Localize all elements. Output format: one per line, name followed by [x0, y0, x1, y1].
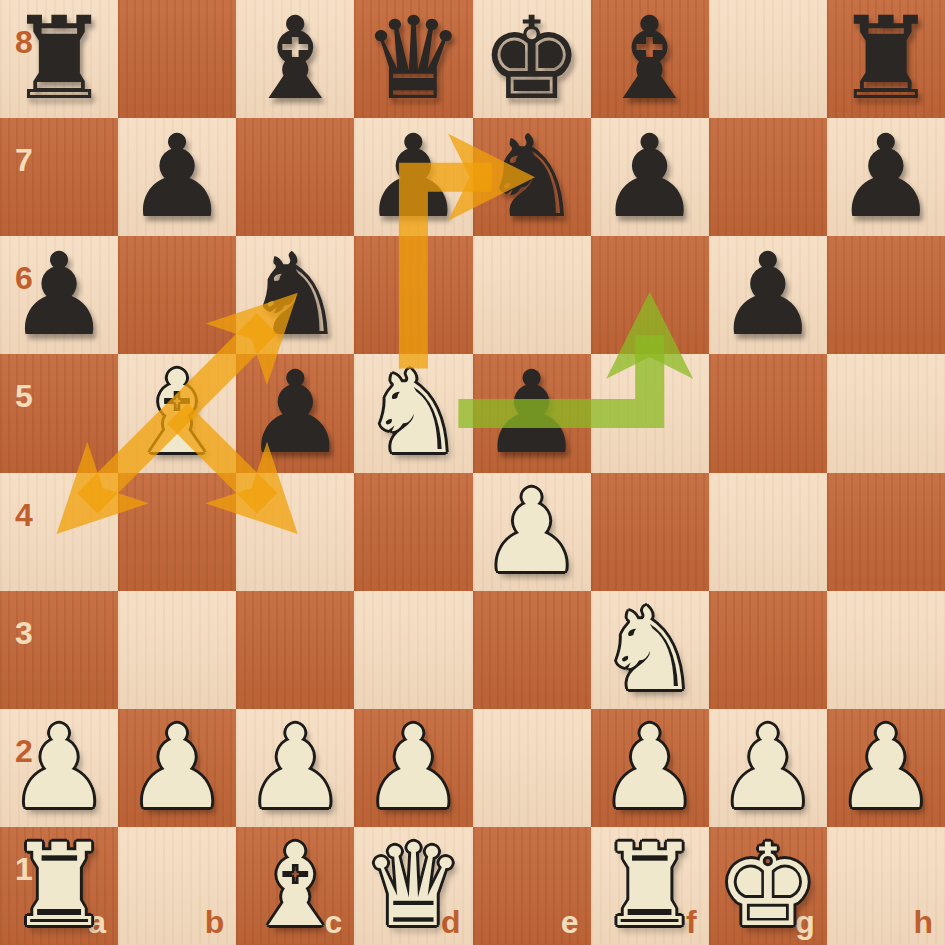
square-e2[interactable] — [473, 709, 591, 827]
white-king-g1[interactable]: ♚ — [717, 829, 819, 943]
square-e8[interactable]: ♚ — [473, 0, 591, 118]
square-f7[interactable]: ♟ — [591, 118, 709, 236]
black-knight-c6[interactable]: ♞ — [244, 238, 346, 352]
square-d6[interactable] — [354, 236, 472, 354]
black-pawn-b7[interactable]: ♟ — [126, 120, 228, 234]
square-h2[interactable]: ♟ — [827, 709, 945, 827]
square-b8[interactable] — [118, 0, 236, 118]
square-h6[interactable] — [827, 236, 945, 354]
square-f1[interactable]: f♜ — [591, 827, 709, 945]
black-rook-a8[interactable]: ♜ — [8, 2, 110, 116]
square-c5[interactable]: ♟ — [236, 354, 354, 472]
black-pawn-g6[interactable]: ♟ — [717, 238, 819, 352]
square-a2[interactable]: 2♟ — [0, 709, 118, 827]
square-h3[interactable] — [827, 591, 945, 709]
square-d7[interactable]: ♟ — [354, 118, 472, 236]
square-b2[interactable]: ♟ — [118, 709, 236, 827]
square-g3[interactable] — [709, 591, 827, 709]
square-b3[interactable] — [118, 591, 236, 709]
square-a7[interactable]: 7 — [0, 118, 118, 236]
square-g6[interactable]: ♟ — [709, 236, 827, 354]
black-pawn-f7[interactable]: ♟ — [599, 120, 701, 234]
square-g8[interactable] — [709, 0, 827, 118]
board-grid: 8♜♝♛♚♝♜7♟♟♞♟♟6♟♞♟5♝♟♞♟4♟3♞2♟♟♟♟♟♟♟1a♜bc♝… — [0, 0, 945, 945]
square-g7[interactable] — [709, 118, 827, 236]
square-b4[interactable] — [118, 473, 236, 591]
square-f6[interactable] — [591, 236, 709, 354]
white-pawn-d2[interactable]: ♟ — [362, 711, 464, 825]
black-pawn-e5[interactable]: ♟ — [480, 356, 582, 470]
square-d5[interactable]: ♞ — [354, 354, 472, 472]
black-pawn-a6[interactable]: ♟ — [8, 238, 110, 352]
file-label-h: h — [913, 904, 933, 941]
square-a3[interactable]: 3 — [0, 591, 118, 709]
file-label-b: b — [205, 904, 225, 941]
white-knight-d5[interactable]: ♞ — [362, 356, 464, 470]
white-pawn-f2[interactable]: ♟ — [599, 711, 701, 825]
square-a4[interactable]: 4 — [0, 473, 118, 591]
square-f2[interactable]: ♟ — [591, 709, 709, 827]
black-pawn-c5[interactable]: ♟ — [244, 356, 346, 470]
black-pawn-d7[interactable]: ♟ — [362, 120, 464, 234]
white-pawn-a2[interactable]: ♟ — [8, 711, 110, 825]
black-bishop-c8[interactable]: ♝ — [244, 2, 346, 116]
square-b1[interactable]: b — [118, 827, 236, 945]
square-f5[interactable] — [591, 354, 709, 472]
white-bishop-c1[interactable]: ♝ — [244, 829, 346, 943]
square-d1[interactable]: d♛ — [354, 827, 472, 945]
square-g1[interactable]: g♚ — [709, 827, 827, 945]
file-label-e: e — [561, 904, 579, 941]
white-knight-f3[interactable]: ♞ — [599, 593, 701, 707]
square-a8[interactable]: 8♜ — [0, 0, 118, 118]
square-a5[interactable]: 5 — [0, 354, 118, 472]
square-b7[interactable]: ♟ — [118, 118, 236, 236]
square-c7[interactable] — [236, 118, 354, 236]
black-queen-d8[interactable]: ♛ — [362, 2, 464, 116]
black-king-e8[interactable]: ♚ — [480, 2, 582, 116]
square-h4[interactable] — [827, 473, 945, 591]
white-pawn-g2[interactable]: ♟ — [717, 711, 819, 825]
square-a6[interactable]: 6♟ — [0, 236, 118, 354]
white-rook-f1[interactable]: ♜ — [599, 829, 701, 943]
square-e1[interactable]: e — [473, 827, 591, 945]
square-e3[interactable] — [473, 591, 591, 709]
white-pawn-e4[interactable]: ♟ — [480, 475, 582, 589]
square-f4[interactable] — [591, 473, 709, 591]
square-e4[interactable]: ♟ — [473, 473, 591, 591]
square-g2[interactable]: ♟ — [709, 709, 827, 827]
black-rook-h8[interactable]: ♜ — [835, 2, 937, 116]
square-b6[interactable] — [118, 236, 236, 354]
square-c8[interactable]: ♝ — [236, 0, 354, 118]
rank-label-7: 7 — [15, 142, 33, 179]
rank-label-5: 5 — [15, 378, 33, 415]
square-c2[interactable]: ♟ — [236, 709, 354, 827]
white-queen-d1[interactable]: ♛ — [362, 829, 464, 943]
square-c4[interactable] — [236, 473, 354, 591]
square-a1[interactable]: 1a♜ — [0, 827, 118, 945]
square-h8[interactable]: ♜ — [827, 0, 945, 118]
square-c3[interactable] — [236, 591, 354, 709]
square-e6[interactable] — [473, 236, 591, 354]
square-h7[interactable]: ♟ — [827, 118, 945, 236]
square-c1[interactable]: c♝ — [236, 827, 354, 945]
square-h5[interactable] — [827, 354, 945, 472]
square-g5[interactable] — [709, 354, 827, 472]
square-d4[interactable] — [354, 473, 472, 591]
square-d2[interactable]: ♟ — [354, 709, 472, 827]
black-bishop-f8[interactable]: ♝ — [599, 2, 701, 116]
square-f8[interactable]: ♝ — [591, 0, 709, 118]
white-rook-a1[interactable]: ♜ — [8, 829, 110, 943]
white-pawn-h2[interactable]: ♟ — [835, 711, 937, 825]
rank-label-3: 3 — [15, 615, 33, 652]
chess-board: 8♜♝♛♚♝♜7♟♟♞♟♟6♟♞♟5♝♟♞♟4♟3♞2♟♟♟♟♟♟♟1a♜bc♝… — [0, 0, 945, 945]
square-d8[interactable]: ♛ — [354, 0, 472, 118]
square-h1[interactable]: h — [827, 827, 945, 945]
black-knight-e7[interactable]: ♞ — [480, 120, 582, 234]
square-d3[interactable] — [354, 591, 472, 709]
square-e7[interactable]: ♞ — [473, 118, 591, 236]
square-b5[interactable]: ♝ — [118, 354, 236, 472]
black-pawn-h7[interactable]: ♟ — [835, 120, 937, 234]
white-pawn-c2[interactable]: ♟ — [244, 711, 346, 825]
rank-label-4: 4 — [15, 497, 33, 534]
white-bishop-b5[interactable]: ♝ — [126, 356, 228, 470]
square-e5[interactable]: ♟ — [473, 354, 591, 472]
square-g4[interactable] — [709, 473, 827, 591]
square-f3[interactable]: ♞ — [591, 591, 709, 709]
square-c6[interactable]: ♞ — [236, 236, 354, 354]
white-pawn-b2[interactable]: ♟ — [126, 711, 228, 825]
